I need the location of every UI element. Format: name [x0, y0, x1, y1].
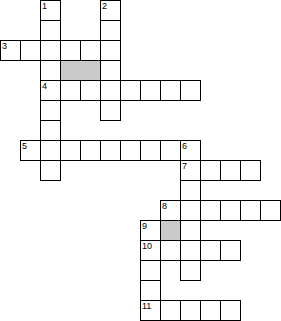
- crossword-cell[interactable]: [120, 80, 141, 101]
- crossword-cell[interactable]: [60, 40, 81, 61]
- crossword-cell[interactable]: [200, 300, 221, 321]
- crossword-cell[interactable]: [160, 200, 181, 221]
- crossword-cell[interactable]: [140, 260, 161, 281]
- crossword-cell[interactable]: [40, 120, 61, 141]
- crossword-cell[interactable]: [20, 140, 41, 161]
- crossword-cell[interactable]: [140, 220, 161, 241]
- crossword-cell[interactable]: [260, 200, 281, 221]
- crossword-cell[interactable]: [100, 100, 121, 121]
- crossword-cell[interactable]: [180, 140, 201, 161]
- crossword-cell[interactable]: [40, 100, 61, 121]
- crossword-cell[interactable]: [160, 80, 181, 101]
- crossword-cell[interactable]: [0, 40, 21, 61]
- crossword-cell[interactable]: [240, 160, 261, 181]
- crossword-cell[interactable]: [100, 80, 121, 101]
- crossword-cell[interactable]: [40, 140, 61, 161]
- crossword-cell[interactable]: [40, 0, 61, 21]
- crossword-cell[interactable]: [180, 160, 201, 181]
- crossword-cell[interactable]: [160, 140, 181, 161]
- crossword-cell[interactable]: [100, 140, 121, 161]
- crossword-cell[interactable]: [120, 140, 141, 161]
- shaded-cell: [60, 60, 101, 81]
- crossword-cell[interactable]: [100, 40, 121, 61]
- crossword-cell[interactable]: [100, 0, 121, 21]
- crossword-cell[interactable]: [200, 240, 221, 261]
- crossword-cell[interactable]: [220, 200, 241, 221]
- crossword-cell[interactable]: [140, 280, 161, 301]
- crossword-cell[interactable]: [200, 160, 221, 181]
- crossword-cell[interactable]: [180, 220, 201, 241]
- crossword-cell[interactable]: [180, 300, 201, 321]
- crossword-board: 1234567891011: [0, 0, 281, 321]
- crossword-cell[interactable]: [80, 40, 101, 61]
- crossword-cell[interactable]: [40, 40, 61, 61]
- crossword-cell[interactable]: [100, 20, 121, 41]
- crossword-cell[interactable]: [200, 200, 221, 221]
- crossword-cell[interactable]: [220, 300, 241, 321]
- crossword-cell[interactable]: [40, 160, 61, 181]
- crossword-cell[interactable]: [180, 240, 201, 261]
- crossword-cell[interactable]: [40, 60, 61, 81]
- crossword-cell[interactable]: [60, 80, 81, 101]
- crossword-cell[interactable]: [220, 160, 241, 181]
- crossword-cell[interactable]: [180, 180, 201, 201]
- crossword-cell[interactable]: [80, 80, 101, 101]
- crossword-cell[interactable]: [160, 300, 181, 321]
- crossword-cell[interactable]: [180, 80, 201, 101]
- crossword-cell[interactable]: [160, 240, 181, 261]
- crossword-cell[interactable]: [240, 200, 261, 221]
- crossword-cell[interactable]: [40, 80, 61, 101]
- crossword-cell[interactable]: [80, 140, 101, 161]
- crossword-cell[interactable]: [40, 20, 61, 41]
- crossword-cell[interactable]: [180, 260, 201, 281]
- crossword-cell[interactable]: [180, 200, 201, 221]
- crossword-cell[interactable]: [140, 140, 161, 161]
- crossword-cell[interactable]: [60, 140, 81, 161]
- shaded-cell: [160, 220, 181, 241]
- crossword-cell[interactable]: [140, 80, 161, 101]
- crossword-cell[interactable]: [140, 240, 161, 261]
- crossword-cell[interactable]: [220, 240, 241, 261]
- crossword-cell[interactable]: [140, 300, 161, 321]
- crossword-cell[interactable]: [100, 60, 121, 81]
- crossword-cell[interactable]: [20, 40, 41, 61]
